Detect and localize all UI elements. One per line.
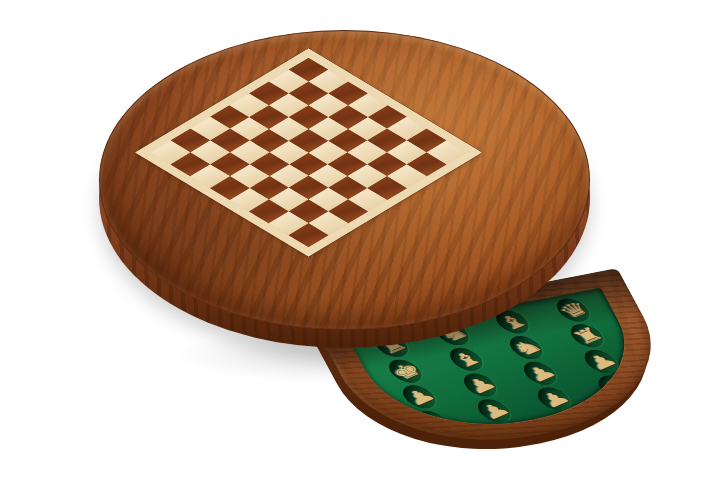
piece-slot-3-1: ♟: [471, 395, 517, 425]
stored-piece-bishop[interactable]: ♝: [448, 347, 487, 371]
piece-slot-0-3: ♛: [550, 295, 596, 325]
stored-piece-pawn[interactable]: ♟: [401, 385, 440, 409]
stored-piece-pawn[interactable]: ♟: [582, 349, 621, 373]
stored-piece-knight[interactable]: ♞: [508, 335, 547, 359]
stored-piece-pawn[interactable]: ♟: [522, 361, 561, 385]
stored-piece-queen[interactable]: ♛: [554, 298, 593, 322]
stored-piece-pawn[interactable]: ♟: [475, 399, 514, 423]
stored-piece-king[interactable]: ♚: [387, 359, 426, 383]
product-photo: ♜♞♝♛♚♝♞♜♟♟♟♟♟♟♟♟: [0, 0, 720, 478]
stored-piece-rook[interactable]: ♜: [568, 324, 607, 348]
piece-slot-2-3: ♟: [578, 346, 624, 376]
piece-slot-3-2: ♟: [531, 384, 577, 414]
stored-piece-pawn[interactable]: ♟: [536, 387, 575, 411]
stored-piece-pawn[interactable]: ♟: [462, 373, 501, 397]
